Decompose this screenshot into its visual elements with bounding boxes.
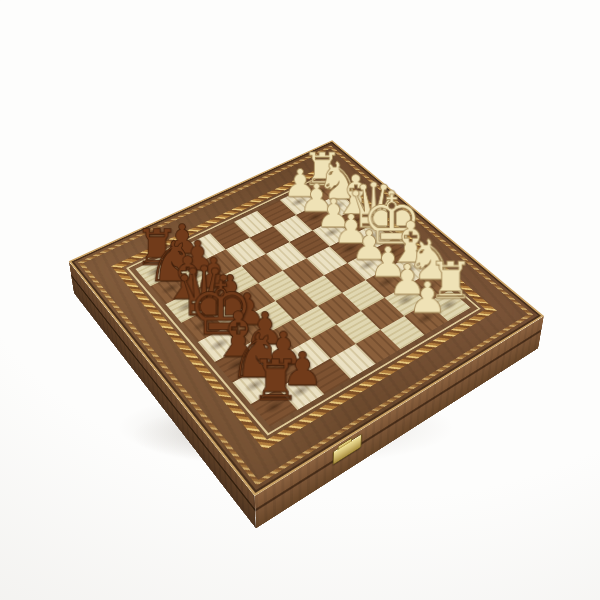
product-photo: ♜♟♟♜♞♟♟♞♝♟♟♝♛♟♟♛♚♟♟♚♝♟♟♝♞♟♟♞♜♟♟♜ (0, 0, 600, 600)
scene: ♜♟♟♜♞♟♟♞♝♟♟♝♛♟♟♛♚♟♟♚♝♟♟♝♞♟♟♞♜♟♟♜ (0, 0, 600, 600)
chess-box: ♜♟♟♜♞♟♟♞♝♟♟♝♛♟♟♛♚♟♟♚♝♟♟♝♞♟♟♞♜♟♟♜ (69, 140, 544, 496)
black-rook[interactable]: ♜ (225, 353, 326, 409)
white-pawn[interactable]: ♟ (381, 277, 474, 320)
board-surface: ♜♟♟♜♞♟♟♞♝♟♟♝♛♟♟♛♚♟♟♚♝♟♟♝♞♟♟♞♜♟♟♜ (69, 140, 544, 496)
